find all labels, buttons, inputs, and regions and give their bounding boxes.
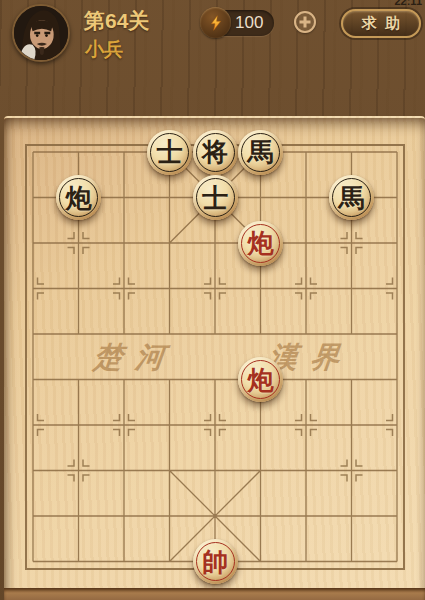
game-screen: 第64关 小兵 100 求助 22:11 楚河 漢界 士将馬炮士馬炮炮帥: [0, 0, 425, 600]
piece-character: 馬: [248, 139, 274, 165]
piece-black-general[interactable]: 将: [193, 130, 238, 175]
piece-ring: 炮: [241, 360, 280, 399]
piece-black-advisor[interactable]: 士: [193, 175, 238, 220]
piece-layer: 士将馬炮士馬炮炮帥: [10, 129, 420, 584]
piece-ring: 将: [196, 133, 235, 172]
piece-character: 馬: [339, 185, 365, 211]
player-avatar[interactable]: [12, 4, 70, 62]
piece-black-horse[interactable]: 馬: [238, 130, 283, 175]
piece-character: 将: [202, 139, 228, 165]
piece-black-cannon[interactable]: 炮: [56, 175, 101, 220]
piece-red-cannon[interactable]: 炮: [238, 221, 283, 266]
help-button[interactable]: 求助: [341, 9, 421, 38]
piece-red-general[interactable]: 帥: [193, 539, 238, 584]
piece-ring: 士: [196, 178, 235, 217]
piece-black-horse[interactable]: 馬: [329, 175, 374, 220]
rank-label: 小兵: [85, 37, 123, 63]
piece-character: 士: [157, 139, 183, 165]
xiangqi-board[interactable]: 楚河 漢界 士将馬炮士馬炮炮帥: [4, 116, 425, 600]
piece-ring: 炮: [59, 178, 98, 217]
piece-ring: 馬: [241, 133, 280, 172]
piece-character: 炮: [66, 185, 92, 211]
piece-character: 士: [202, 185, 228, 211]
board-bottom-edge: [4, 588, 425, 600]
piece-ring: 炮: [241, 224, 280, 263]
avatar-face-icon: [14, 6, 68, 60]
add-energy-button[interactable]: [294, 11, 316, 33]
piece-character: 炮: [248, 367, 274, 393]
lightning-icon: [200, 7, 231, 38]
piece-character: 帥: [202, 549, 228, 575]
level-label: 第64关: [84, 7, 149, 35]
system-clock: 22:11: [394, 0, 422, 7]
piece-character: 炮: [248, 230, 274, 256]
piece-ring: 士: [150, 133, 189, 172]
piece-ring: 馬: [332, 178, 371, 217]
piece-ring: 帥: [196, 542, 235, 581]
piece-red-cannon[interactable]: 炮: [238, 357, 283, 402]
energy-value: 100: [235, 10, 263, 36]
piece-black-advisor[interactable]: 士: [147, 130, 192, 175]
energy-counter: 100: [201, 10, 274, 36]
